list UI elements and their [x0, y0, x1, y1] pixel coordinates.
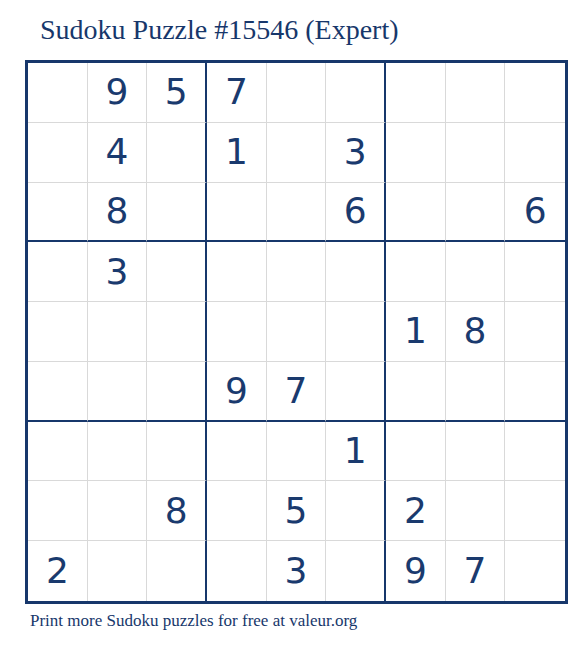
- cell-r2c3: [147, 123, 207, 183]
- cell-r6c5: 7: [267, 362, 327, 422]
- cell-r7c6: 1: [326, 422, 386, 482]
- cell-r6c4: 9: [207, 362, 267, 422]
- cell-r6c7: [386, 362, 446, 422]
- cell-r9c4: [207, 541, 267, 601]
- cell-r1c5: [267, 63, 327, 123]
- cell-r9c5: 3: [267, 541, 327, 601]
- cell-r5c1: [28, 302, 88, 362]
- cell-r5c7: 1: [386, 302, 446, 362]
- cell-r6c6: [326, 362, 386, 422]
- cell-r6c3: [147, 362, 207, 422]
- cell-r1c6: [326, 63, 386, 123]
- cell-r7c1: [28, 422, 88, 482]
- cell-r4c6: [326, 242, 386, 302]
- cell-r1c1: [28, 63, 88, 123]
- cell-r2c2: 4: [88, 123, 148, 183]
- cell-r4c5: [267, 242, 327, 302]
- sudoku-page: Sudoku Puzzle #15546 (Expert) 9574138663…: [0, 0, 580, 651]
- cell-r7c5: [267, 422, 327, 482]
- cell-r1c4: 7: [207, 63, 267, 123]
- cell-r1c2: 9: [88, 63, 148, 123]
- cell-r3c3: [147, 183, 207, 243]
- cell-r2c1: [28, 123, 88, 183]
- cell-r9c2: [88, 541, 148, 601]
- cell-r4c1: [28, 242, 88, 302]
- cell-r6c2: [88, 362, 148, 422]
- puzzle-title: Sudoku Puzzle #15546 (Expert): [40, 14, 399, 46]
- cell-r5c3: [147, 302, 207, 362]
- cell-r3c2: 8: [88, 183, 148, 243]
- cell-r7c3: [147, 422, 207, 482]
- cell-r6c9: [505, 362, 565, 422]
- cell-r3c7: [386, 183, 446, 243]
- cell-r5c4: [207, 302, 267, 362]
- cell-r3c6: 6: [326, 183, 386, 243]
- cell-r1c8: [446, 63, 506, 123]
- sudoku-board: 9574138663189718522397: [25, 60, 568, 604]
- cell-r9c8: 7: [446, 541, 506, 601]
- cell-r9c7: 9: [386, 541, 446, 601]
- cell-r8c5: 5: [267, 481, 327, 541]
- cell-r7c9: [505, 422, 565, 482]
- cell-r2c9: [505, 123, 565, 183]
- cell-r6c8: [446, 362, 506, 422]
- cell-r4c3: [147, 242, 207, 302]
- cell-r7c4: [207, 422, 267, 482]
- cell-r4c7: [386, 242, 446, 302]
- cell-r4c8: [446, 242, 506, 302]
- cell-r2c7: [386, 123, 446, 183]
- cell-r8c8: [446, 481, 506, 541]
- cell-r7c7: [386, 422, 446, 482]
- cell-r1c3: 5: [147, 63, 207, 123]
- cell-r9c1: 2: [28, 541, 88, 601]
- cell-r4c4: [207, 242, 267, 302]
- cell-r3c1: [28, 183, 88, 243]
- cell-r2c4: 1: [207, 123, 267, 183]
- cell-r5c6: [326, 302, 386, 362]
- cell-r7c2: [88, 422, 148, 482]
- cell-r8c9: [505, 481, 565, 541]
- cell-r8c6: [326, 481, 386, 541]
- cell-r4c2: 3: [88, 242, 148, 302]
- cell-r4c9: [505, 242, 565, 302]
- cell-r8c4: [207, 481, 267, 541]
- cell-r5c9: [505, 302, 565, 362]
- cell-r5c5: [267, 302, 327, 362]
- cell-r1c7: [386, 63, 446, 123]
- cell-r9c3: [147, 541, 207, 601]
- cell-r7c8: [446, 422, 506, 482]
- cell-r8c3: 8: [147, 481, 207, 541]
- cell-r3c4: [207, 183, 267, 243]
- cell-r2c6: 3: [326, 123, 386, 183]
- cell-r1c9: [505, 63, 565, 123]
- cell-r2c8: [446, 123, 506, 183]
- cell-r8c2: [88, 481, 148, 541]
- cell-r3c5: [267, 183, 327, 243]
- cell-r5c8: 8: [446, 302, 506, 362]
- cell-r3c8: [446, 183, 506, 243]
- cell-r2c5: [267, 123, 327, 183]
- cell-r9c6: [326, 541, 386, 601]
- cell-r5c2: [88, 302, 148, 362]
- cell-r6c1: [28, 362, 88, 422]
- cell-r9c9: [505, 541, 565, 601]
- cell-r8c1: [28, 481, 88, 541]
- cell-r8c7: 2: [386, 481, 446, 541]
- footer-text: Print more Sudoku puzzles for free at va…: [30, 611, 357, 631]
- cell-r3c9: 6: [505, 183, 565, 243]
